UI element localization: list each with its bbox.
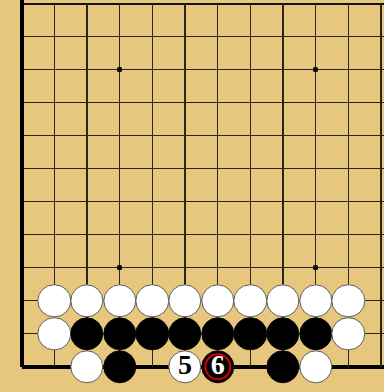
intersection-K1 (299, 350, 332, 383)
grid-line-v (20, 185, 24, 218)
intersection-K7[interactable] (299, 152, 332, 185)
intersection-K6[interactable] (299, 185, 332, 218)
grid-line-v (119, 119, 120, 152)
grid-line-v (86, 251, 87, 284)
intersection-C8[interactable] (71, 119, 104, 152)
grid-line-v (380, 251, 381, 284)
grid-line-v (315, 119, 316, 152)
grid-line-v (282, 152, 283, 185)
intersection-G11[interactable] (201, 20, 234, 53)
black-stone-H2 (234, 317, 267, 350)
intersection-E7[interactable] (136, 152, 169, 185)
intersection-E8[interactable] (136, 119, 169, 152)
grid-line-v (380, 119, 381, 152)
intersection-A2[interactable] (5, 317, 38, 350)
white-stone-H3 (234, 284, 267, 317)
grid-line-v (152, 251, 153, 284)
intersection-H6[interactable] (234, 185, 267, 218)
grid-line-v (217, 20, 218, 53)
grid-line-v (250, 86, 251, 119)
white-stone-K1 (299, 350, 332, 383)
grid-line-v (152, 350, 153, 367)
grid-line-v (184, 4, 185, 21)
intersection-E2 (136, 317, 169, 350)
intersection-H10[interactable] (234, 53, 267, 86)
intersection-A1[interactable] (5, 350, 38, 383)
grid-line-v (282, 20, 283, 53)
intersection-A7[interactable] (5, 152, 38, 185)
intersection-E3 (136, 284, 169, 317)
grid-line-h (22, 365, 38, 369)
grid-line-v (54, 218, 55, 251)
intersection-B6[interactable] (38, 185, 71, 218)
intersection-L10[interactable] (332, 53, 365, 86)
grid-line-h (22, 300, 38, 301)
intersection-B9[interactable] (38, 86, 71, 119)
go-diagram-screen: 56 (0, 0, 384, 392)
intersection-E5[interactable] (136, 218, 169, 251)
grid-line-h (22, 36, 38, 37)
intersection-J11[interactable] (267, 20, 300, 53)
intersection-F12[interactable] (169, 0, 202, 20)
intersection-H8[interactable] (234, 119, 267, 152)
grid-line-h (22, 3, 38, 5)
grid-line-v (184, 152, 185, 185)
grid-line-v (152, 152, 153, 185)
intersection-C3 (71, 284, 104, 317)
grid-line-v (250, 152, 251, 185)
grid-line-v (348, 350, 349, 367)
grid-line-v (86, 152, 87, 185)
intersection-F2 (169, 317, 202, 350)
intersection-D12[interactable] (103, 0, 136, 20)
intersection-E9[interactable] (136, 86, 169, 119)
grid-line-v (380, 86, 381, 119)
intersection-L7[interactable] (332, 152, 365, 185)
intersection-C12[interactable] (71, 0, 104, 20)
grid-line-v (380, 4, 381, 21)
intersection-C10[interactable] (71, 53, 104, 86)
grid-line-v (348, 152, 349, 185)
grid-line-v (119, 218, 120, 251)
grid-line-h (22, 102, 38, 103)
grid-line-v (217, 53, 218, 86)
black-stone-J2 (266, 317, 299, 350)
grid-line-v (282, 185, 283, 218)
grid-line-v (380, 218, 381, 251)
intersection-M7[interactable] (365, 152, 384, 185)
grid-line-v (119, 152, 120, 185)
grid-line-v (348, 86, 349, 119)
intersection-J12[interactable] (267, 0, 300, 20)
intersection-D1 (103, 350, 136, 383)
intersection-H3 (234, 284, 267, 317)
grid-line-v (348, 218, 349, 251)
intersection-E1[interactable] (136, 350, 169, 383)
intersection-M11[interactable] (365, 20, 384, 53)
grid-line-v (119, 20, 120, 53)
intersection-E12[interactable] (136, 0, 169, 20)
grid-line-v (348, 251, 349, 284)
intersection-B3 (38, 284, 71, 317)
grid-line-v (54, 185, 55, 218)
grid-line-v (217, 218, 218, 251)
grid-line-v (282, 119, 283, 152)
grid-line-v (315, 185, 316, 218)
grid-line-v (250, 251, 251, 284)
white-stone-E3 (136, 284, 169, 317)
intersection-K12[interactable] (299, 0, 332, 20)
grid-line-v (184, 20, 185, 53)
white-stone-L2 (332, 317, 365, 350)
grid-line-v (20, 350, 24, 367)
grid-line-v (250, 20, 251, 53)
intersection-D9[interactable] (103, 86, 136, 119)
grid-line-v (217, 185, 218, 218)
intersection-F1: 5 (169, 350, 202, 383)
black-stone-C2 (70, 317, 103, 350)
grid-line-v (380, 53, 381, 86)
intersection-D4[interactable] (103, 251, 136, 284)
grid-line-v (119, 86, 120, 119)
intersection-E10[interactable] (136, 53, 169, 86)
black-stone-E2 (136, 317, 169, 350)
black-stone-G2 (201, 317, 234, 350)
intersection-L4[interactable] (332, 251, 365, 284)
intersection-K9[interactable] (299, 86, 332, 119)
grid-line-v (282, 218, 283, 251)
intersection-C2 (71, 317, 104, 350)
intersection-K8[interactable] (299, 119, 332, 152)
grid-line-v (20, 251, 24, 284)
grid-line-v (119, 185, 120, 218)
grid-line-v (54, 152, 55, 185)
grid-line-v (315, 152, 316, 185)
intersection-H7[interactable] (234, 152, 267, 185)
grid-line-v (250, 119, 251, 152)
intersection-A10[interactable] (5, 53, 38, 86)
intersection-J6[interactable] (267, 185, 300, 218)
intersection-M12[interactable] (365, 0, 384, 20)
grid-line-v (86, 4, 87, 21)
intersection-C6[interactable] (71, 185, 104, 218)
white-stone-F3 (168, 284, 201, 317)
move-number-label: 5 (178, 352, 192, 380)
intersection-L12[interactable] (332, 0, 365, 20)
black-stone-D1 (103, 350, 136, 383)
intersection-F7[interactable] (169, 152, 202, 185)
grid-line-v (380, 317, 381, 350)
intersection-M1[interactable] (365, 350, 384, 383)
grid-line-v (54, 119, 55, 152)
grid-line-v (380, 350, 381, 367)
intersection-B8[interactable] (38, 119, 71, 152)
intersection-H12[interactable] (234, 0, 267, 20)
intersection-M6[interactable] (365, 185, 384, 218)
intersection-E11[interactable] (136, 20, 169, 53)
grid-line-v (282, 251, 283, 284)
intersection-E4[interactable] (136, 251, 169, 284)
intersection-D11[interactable] (103, 20, 136, 53)
intersection-B5[interactable] (38, 218, 71, 251)
intersection-G12[interactable] (201, 0, 234, 20)
intersection-M4[interactable] (365, 251, 384, 284)
intersection-J1 (267, 350, 300, 383)
star-point-K10 (313, 67, 318, 72)
intersection-A11[interactable] (5, 20, 38, 53)
grid-line-v (217, 152, 218, 185)
white-stone-L3 (332, 284, 365, 317)
grid-line-v (217, 4, 218, 21)
intersection-H1[interactable] (234, 350, 267, 383)
intersection-E6[interactable] (136, 185, 169, 218)
intersection-H11[interactable] (234, 20, 267, 53)
black-stone-D2 (103, 317, 136, 350)
grid-line-v (184, 185, 185, 218)
intersection-M10[interactable] (365, 53, 384, 86)
intersection-B10[interactable] (38, 53, 71, 86)
intersection-M9[interactable] (365, 86, 384, 119)
intersection-G9[interactable] (201, 86, 234, 119)
grid-line-v (20, 86, 24, 119)
grid-line-v (282, 4, 283, 21)
grid-line-v (86, 86, 87, 119)
grid-line-v (86, 119, 87, 152)
white-stone-D3 (103, 284, 136, 317)
intersection-A3[interactable] (5, 284, 38, 317)
black-stone-G1: 6 (201, 350, 234, 383)
intersection-J9[interactable] (267, 86, 300, 119)
star-point-D10 (117, 67, 122, 72)
grid-line-v (217, 119, 218, 152)
grid-line-v (348, 4, 349, 21)
intersection-L5[interactable] (332, 218, 365, 251)
intersection-A12[interactable] (5, 0, 38, 20)
grid-line-v (184, 119, 185, 152)
grid-line-v (54, 350, 55, 367)
grid-line-v (54, 4, 55, 21)
intersection-K2 (299, 317, 332, 350)
intersection-F9[interactable] (169, 86, 202, 119)
intersection-G4[interactable] (201, 251, 234, 284)
grid-line-v (380, 20, 381, 53)
intersection-M2[interactable] (365, 317, 384, 350)
grid-line-h (22, 234, 38, 235)
white-stone-C1 (70, 350, 103, 383)
intersection-G8[interactable] (201, 119, 234, 152)
grid-line-v (184, 218, 185, 251)
grid-line-v (217, 251, 218, 284)
intersection-H4[interactable] (234, 251, 267, 284)
grid-line-v (54, 86, 55, 119)
intersection-D7[interactable] (103, 152, 136, 185)
intersection-H9[interactable] (234, 86, 267, 119)
intersection-A9[interactable] (5, 86, 38, 119)
grid-line-v (282, 53, 283, 86)
white-stone-G3 (201, 284, 234, 317)
grid-line-v (217, 86, 218, 119)
intersection-B11[interactable] (38, 20, 71, 53)
intersection-M8[interactable] (365, 119, 384, 152)
intersection-C9[interactable] (71, 86, 104, 119)
intersection-B12[interactable] (38, 0, 71, 20)
grid-line-v (380, 185, 381, 218)
grid-line-v (20, 317, 24, 350)
intersection-D5[interactable] (103, 218, 136, 251)
grid-line-v (348, 185, 349, 218)
intersection-G2 (201, 317, 234, 350)
intersection-B2 (38, 317, 71, 350)
grid-line-v (152, 86, 153, 119)
intersection-G7[interactable] (201, 152, 234, 185)
intersection-D3 (103, 284, 136, 317)
intersection-G3 (201, 284, 234, 317)
grid-line-v (54, 20, 55, 53)
intersection-L8[interactable] (332, 119, 365, 152)
grid-line-v (152, 185, 153, 218)
star-point-K4 (313, 265, 318, 270)
grid-line-v (119, 4, 120, 21)
grid-line-v (315, 4, 316, 21)
intersection-C11[interactable] (71, 20, 104, 53)
grid-line-v (20, 20, 24, 53)
intersection-G1: 6 (201, 350, 234, 383)
grid-line-v (348, 53, 349, 86)
move-number-label: 6 (211, 352, 225, 380)
intersection-J3 (267, 284, 300, 317)
grid-line-v (20, 119, 24, 152)
intersection-L9[interactable] (332, 86, 365, 119)
intersection-A5[interactable] (5, 218, 38, 251)
go-board: 56 (5, 0, 384, 383)
grid-line-v (20, 218, 24, 251)
intersection-G6[interactable] (201, 185, 234, 218)
grid-line-v (184, 53, 185, 86)
intersection-L1[interactable] (332, 350, 365, 383)
grid-line-v (152, 53, 153, 86)
intersection-H5[interactable] (234, 218, 267, 251)
intersection-A6[interactable] (5, 185, 38, 218)
intersection-F11[interactable] (169, 20, 202, 53)
intersection-J2 (267, 317, 300, 350)
grid-line-v (315, 218, 316, 251)
intersection-J10[interactable] (267, 53, 300, 86)
white-stone-C3 (70, 284, 103, 317)
intersection-B7[interactable] (38, 152, 71, 185)
grid-line-v (348, 119, 349, 152)
grid-line-v (380, 152, 381, 185)
grid-line-v (54, 251, 55, 284)
grid-line-v (250, 185, 251, 218)
intersection-K3 (299, 284, 332, 317)
black-stone-F2 (168, 317, 201, 350)
intersection-B1[interactable] (38, 350, 71, 383)
intersection-D8[interactable] (103, 119, 136, 152)
intersection-F4[interactable] (169, 251, 202, 284)
intersection-J8[interactable] (267, 119, 300, 152)
black-stone-J1 (266, 350, 299, 383)
grid-line-v (282, 86, 283, 119)
intersection-F8[interactable] (169, 119, 202, 152)
white-stone-B2 (38, 317, 71, 350)
intersection-M3[interactable] (365, 284, 384, 317)
intersection-J7[interactable] (267, 152, 300, 185)
grid-line-v (380, 284, 381, 317)
intersection-C7[interactable] (71, 152, 104, 185)
white-stone-F1: 5 (168, 350, 201, 383)
intersection-D10[interactable] (103, 53, 136, 86)
intersection-C5[interactable] (71, 218, 104, 251)
intersection-C4[interactable] (71, 251, 104, 284)
grid-line-v (86, 53, 87, 86)
intersection-L3 (332, 284, 365, 317)
grid-line-h (22, 201, 38, 202)
star-point-D4 (117, 265, 122, 270)
grid-line-h (22, 135, 38, 136)
grid-line-v (20, 284, 24, 317)
grid-line-v (250, 350, 251, 367)
intersection-H2 (234, 317, 267, 350)
intersection-A4[interactable] (5, 251, 38, 284)
grid-line-v (86, 185, 87, 218)
grid-line-v (250, 4, 251, 21)
grid-line-h (22, 267, 38, 268)
intersection-K5[interactable] (299, 218, 332, 251)
grid-line-v (20, 0, 24, 20)
grid-line-v (315, 86, 316, 119)
intersection-L6[interactable] (332, 185, 365, 218)
intersection-J4[interactable] (267, 251, 300, 284)
white-stone-J3 (266, 284, 299, 317)
intersection-F10[interactable] (169, 53, 202, 86)
grid-line-v (20, 152, 24, 185)
grid-line-v (86, 218, 87, 251)
white-stone-B3 (38, 284, 71, 317)
grid-line-v (152, 20, 153, 53)
grid-line-h (22, 333, 38, 334)
grid-line-v (152, 119, 153, 152)
intersection-M5[interactable] (365, 218, 384, 251)
intersection-L11[interactable] (332, 20, 365, 53)
grid-line-v (315, 20, 316, 53)
intersection-K10[interactable] (299, 53, 332, 86)
grid-line-v (152, 218, 153, 251)
intersection-B4[interactable] (38, 251, 71, 284)
intersection-K11[interactable] (299, 20, 332, 53)
intersection-J5[interactable] (267, 218, 300, 251)
intersection-K4[interactable] (299, 251, 332, 284)
intersection-F3 (169, 284, 202, 317)
intersection-G10[interactable] (201, 53, 234, 86)
intersection-F5[interactable] (169, 218, 202, 251)
intersection-L2 (332, 317, 365, 350)
intersection-C1 (71, 350, 104, 383)
grid-line-v (86, 20, 87, 53)
intersection-D2 (103, 317, 136, 350)
grid-line-v (184, 251, 185, 284)
grid-line-v (152, 4, 153, 21)
intersection-D6[interactable] (103, 185, 136, 218)
intersection-F6[interactable] (169, 185, 202, 218)
grid-line-v (250, 53, 251, 86)
grid-line-h (22, 69, 38, 70)
grid-line-v (250, 218, 251, 251)
intersection-G5[interactable] (201, 218, 234, 251)
intersection-A8[interactable] (5, 119, 38, 152)
grid-line-v (348, 20, 349, 53)
white-stone-K3 (299, 284, 332, 317)
grid-line-v (184, 86, 185, 119)
